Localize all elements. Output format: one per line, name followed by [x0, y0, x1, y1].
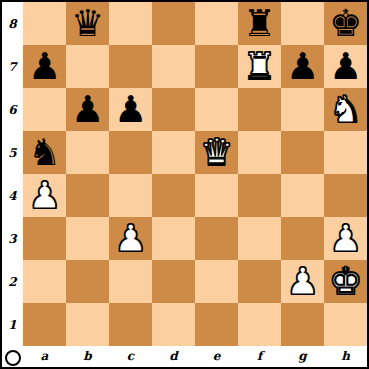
square-c5[interactable]: [109, 131, 152, 174]
file-label-f: f: [238, 348, 281, 365]
square-d2[interactable]: [152, 260, 195, 303]
file-label-e: e: [195, 348, 238, 365]
square-e8[interactable]: [195, 2, 238, 45]
white-pawn-piece[interactable]: ♟: [23, 174, 66, 217]
white-pawn-piece[interactable]: ♟: [109, 217, 152, 260]
square-a6[interactable]: [23, 88, 66, 131]
square-d8[interactable]: [152, 2, 195, 45]
square-c4[interactable]: [109, 174, 152, 217]
square-h6[interactable]: ♞: [324, 88, 367, 131]
white-pawn-piece[interactable]: ♟: [324, 217, 367, 260]
square-a3[interactable]: [23, 217, 66, 260]
square-e2[interactable]: [195, 260, 238, 303]
black-pawn-piece[interactable]: ♟: [23, 45, 66, 88]
side-to-move-indicator: [5, 350, 21, 366]
black-king-piece[interactable]: ♚: [324, 2, 367, 45]
square-f7[interactable]: ♜: [238, 45, 281, 88]
square-h7[interactable]: ♟: [324, 45, 367, 88]
rank-labels: 87654321: [2, 2, 23, 346]
square-g2[interactable]: ♟: [281, 260, 324, 303]
square-e4[interactable]: [195, 174, 238, 217]
file-label-b: b: [66, 348, 109, 365]
rank-label-2: 2: [2, 260, 23, 303]
square-g1[interactable]: [281, 303, 324, 346]
square-b6[interactable]: ♟: [66, 88, 109, 131]
square-f8[interactable]: ♜: [238, 2, 281, 45]
square-g5[interactable]: [281, 131, 324, 174]
black-pawn-piece[interactable]: ♟: [109, 88, 152, 131]
white-knight-piece[interactable]: ♞: [324, 88, 367, 131]
square-c7[interactable]: [109, 45, 152, 88]
square-c2[interactable]: [109, 260, 152, 303]
square-e7[interactable]: [195, 45, 238, 88]
rank-label-8: 8: [2, 2, 23, 45]
square-b1[interactable]: [66, 303, 109, 346]
white-king-piece[interactable]: ♚: [324, 260, 367, 303]
square-h1[interactable]: [324, 303, 367, 346]
square-c8[interactable]: [109, 2, 152, 45]
square-f3[interactable]: [238, 217, 281, 260]
square-a8[interactable]: [23, 2, 66, 45]
black-rook-piece[interactable]: ♜: [238, 2, 281, 45]
square-h2[interactable]: ♚: [324, 260, 367, 303]
square-b8[interactable]: ♛: [66, 2, 109, 45]
square-b2[interactable]: [66, 260, 109, 303]
black-pawn-piece[interactable]: ♟: [66, 88, 109, 131]
square-g6[interactable]: [281, 88, 324, 131]
square-h8[interactable]: ♚: [324, 2, 367, 45]
square-d4[interactable]: [152, 174, 195, 217]
black-knight-piece[interactable]: ♞: [23, 131, 66, 174]
square-b4[interactable]: [66, 174, 109, 217]
square-c1[interactable]: [109, 303, 152, 346]
square-d1[interactable]: [152, 303, 195, 346]
chess-diagram: 87654321 ♛♜♚♟♜♟♟♟♟♞♞♛♟♟♟♟♚ abcdefgh: [0, 0, 369, 369]
square-f4[interactable]: [238, 174, 281, 217]
square-d5[interactable]: [152, 131, 195, 174]
square-c6[interactable]: ♟: [109, 88, 152, 131]
square-d3[interactable]: [152, 217, 195, 260]
chess-board: ♛♜♚♟♜♟♟♟♟♞♞♛♟♟♟♟♚: [23, 2, 367, 346]
white-pawn-piece[interactable]: ♟: [281, 260, 324, 303]
square-d6[interactable]: [152, 88, 195, 131]
square-c3[interactable]: ♟: [109, 217, 152, 260]
square-h5[interactable]: [324, 131, 367, 174]
black-queen-piece[interactable]: ♛: [66, 2, 109, 45]
file-label-a: a: [23, 348, 66, 365]
square-a4[interactable]: ♟: [23, 174, 66, 217]
white-queen-piece[interactable]: ♛: [195, 131, 238, 174]
square-a2[interactable]: [23, 260, 66, 303]
file-label-d: d: [152, 348, 195, 365]
square-h4[interactable]: [324, 174, 367, 217]
square-g8[interactable]: [281, 2, 324, 45]
square-h3[interactable]: ♟: [324, 217, 367, 260]
square-a7[interactable]: ♟: [23, 45, 66, 88]
square-b7[interactable]: [66, 45, 109, 88]
white-rook-piece[interactable]: ♜: [238, 45, 281, 88]
square-e6[interactable]: [195, 88, 238, 131]
square-g3[interactable]: [281, 217, 324, 260]
rank-label-5: 5: [2, 131, 23, 174]
square-f2[interactable]: [238, 260, 281, 303]
black-pawn-piece[interactable]: ♟: [281, 45, 324, 88]
square-f6[interactable]: [238, 88, 281, 131]
rank-label-3: 3: [2, 217, 23, 260]
square-g7[interactable]: ♟: [281, 45, 324, 88]
file-labels: abcdefgh: [23, 348, 367, 365]
square-a1[interactable]: [23, 303, 66, 346]
square-e3[interactable]: [195, 217, 238, 260]
rank-label-6: 6: [2, 88, 23, 131]
file-label-g: g: [281, 348, 324, 365]
square-d7[interactable]: [152, 45, 195, 88]
square-b5[interactable]: [66, 131, 109, 174]
black-pawn-piece[interactable]: ♟: [324, 45, 367, 88]
rank-label-4: 4: [2, 174, 23, 217]
square-a5[interactable]: ♞: [23, 131, 66, 174]
file-label-c: c: [109, 348, 152, 365]
square-b3[interactable]: [66, 217, 109, 260]
file-label-h: h: [324, 348, 367, 365]
rank-label-1: 1: [2, 303, 23, 346]
square-e5[interactable]: ♛: [195, 131, 238, 174]
rank-label-7: 7: [2, 45, 23, 88]
square-e1[interactable]: [195, 303, 238, 346]
square-g4[interactable]: [281, 174, 324, 217]
square-f1[interactable]: [238, 303, 281, 346]
square-f5[interactable]: [238, 131, 281, 174]
